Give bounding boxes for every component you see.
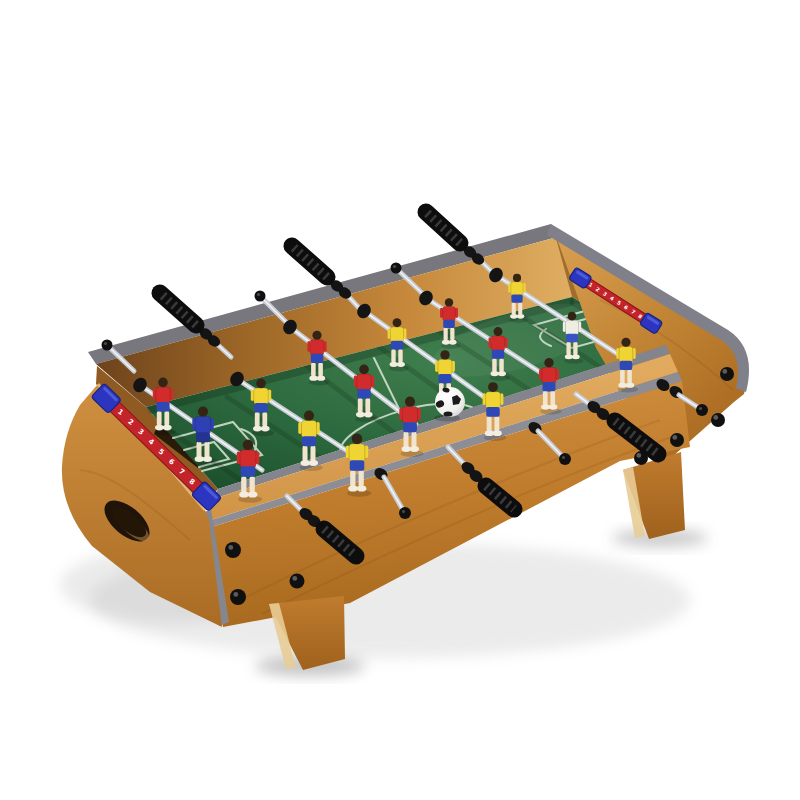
screw-cap [225,542,241,558]
rod-4-handle[interactable] [292,246,327,277]
foosball-table-illustration: 1234567812345678 [0,0,800,800]
screw-cap [670,433,684,447]
screw-cap [720,367,734,381]
screw-cap [230,589,246,605]
product-photo: 1234567812345678 [0,0,800,800]
screw-cap [711,413,725,427]
screw-cap [290,574,305,589]
rod-6-handle[interactable] [426,212,460,243]
front-right-leg [623,452,685,539]
rod-2-handle[interactable] [160,293,196,325]
